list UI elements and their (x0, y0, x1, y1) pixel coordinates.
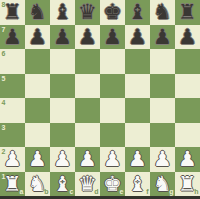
square-e3[interactable] (100, 123, 125, 148)
piece-black-pawn[interactable]: ♟ (178, 25, 197, 50)
piece-white-pawn[interactable]: ♟ (53, 147, 72, 172)
square-h3[interactable] (175, 123, 200, 148)
square-g4[interactable] (150, 98, 175, 123)
piece-black-queen[interactable]: ♛ (78, 0, 97, 25)
square-e6[interactable] (100, 49, 125, 74)
square-d5[interactable] (75, 74, 100, 99)
piece-black-bishop[interactable]: ♝ (128, 0, 147, 25)
square-c4[interactable] (50, 98, 75, 123)
square-b6[interactable] (25, 49, 50, 74)
piece-black-rook[interactable]: ♜ (3, 0, 22, 25)
square-a6[interactable]: 6 (0, 49, 25, 74)
square-b5[interactable] (25, 74, 50, 99)
square-d6[interactable] (75, 49, 100, 74)
piece-black-pawn[interactable]: ♟ (153, 25, 172, 50)
square-c8[interactable]: ♝ (50, 0, 75, 25)
piece-white-bishop[interactable]: ♝ (128, 172, 147, 197)
square-a5[interactable]: 5 (0, 74, 25, 99)
square-e5[interactable] (100, 74, 125, 99)
square-e8[interactable]: ♚ (100, 0, 125, 25)
square-b8[interactable]: ♞ (25, 0, 50, 25)
square-f4[interactable] (125, 98, 150, 123)
square-h1[interactable]: h♜ (175, 172, 200, 197)
piece-white-rook[interactable]: ♜ (3, 172, 22, 197)
piece-black-rook[interactable]: ♜ (178, 0, 197, 25)
square-h7[interactable]: ♟ (175, 25, 200, 50)
square-b7[interactable]: ♟ (25, 25, 50, 50)
rank-label-5: 5 (2, 75, 6, 82)
square-d4[interactable] (75, 98, 100, 123)
square-h8[interactable]: ♜ (175, 0, 200, 25)
square-c7[interactable]: ♟ (50, 25, 75, 50)
rank-label-3: 3 (2, 124, 6, 131)
piece-black-knight[interactable]: ♞ (28, 0, 47, 25)
piece-black-pawn[interactable]: ♟ (103, 25, 122, 50)
square-h6[interactable] (175, 49, 200, 74)
piece-black-bishop[interactable]: ♝ (53, 0, 72, 25)
piece-white-knight[interactable]: ♞ (28, 172, 47, 197)
square-h4[interactable] (175, 98, 200, 123)
square-a1[interactable]: 1a♜ (0, 172, 25, 197)
square-b2[interactable]: ♟ (25, 147, 50, 172)
piece-white-rook[interactable]: ♜ (178, 172, 197, 197)
piece-white-pawn[interactable]: ♟ (178, 147, 197, 172)
piece-white-bishop[interactable]: ♝ (53, 172, 72, 197)
square-g1[interactable]: g♞ (150, 172, 175, 197)
square-c2[interactable]: ♟ (50, 147, 75, 172)
square-h5[interactable] (175, 74, 200, 99)
square-d8[interactable]: ♛ (75, 0, 100, 25)
piece-black-pawn[interactable]: ♟ (3, 25, 22, 50)
square-g2[interactable]: ♟ (150, 147, 175, 172)
piece-white-knight[interactable]: ♞ (153, 172, 172, 197)
square-a7[interactable]: 7♟ (0, 25, 25, 50)
square-b3[interactable] (25, 123, 50, 148)
board-bottom-edge (0, 196, 200, 199)
square-d1[interactable]: d♛ (75, 172, 100, 197)
square-a2[interactable]: 2♟ (0, 147, 25, 172)
rank-label-4: 4 (2, 99, 6, 106)
piece-black-pawn[interactable]: ♟ (28, 25, 47, 50)
square-g3[interactable] (150, 123, 175, 148)
square-g6[interactable] (150, 49, 175, 74)
square-d7[interactable]: ♟ (75, 25, 100, 50)
piece-black-pawn[interactable]: ♟ (53, 25, 72, 50)
square-f6[interactable] (125, 49, 150, 74)
square-a8[interactable]: 8♜ (0, 0, 25, 25)
piece-white-pawn[interactable]: ♟ (153, 147, 172, 172)
square-b4[interactable] (25, 98, 50, 123)
square-b1[interactable]: b♞ (25, 172, 50, 197)
square-f3[interactable] (125, 123, 150, 148)
square-f8[interactable]: ♝ (125, 0, 150, 25)
piece-black-knight[interactable]: ♞ (153, 0, 172, 25)
square-c3[interactable] (50, 123, 75, 148)
square-g5[interactable] (150, 74, 175, 99)
piece-white-queen[interactable]: ♛ (78, 172, 97, 197)
square-d3[interactable] (75, 123, 100, 148)
piece-white-king[interactable]: ♚ (103, 172, 122, 197)
square-a4[interactable]: 4 (0, 98, 25, 123)
square-f5[interactable] (125, 74, 150, 99)
piece-white-pawn[interactable]: ♟ (103, 147, 122, 172)
square-e1[interactable]: e♚ (100, 172, 125, 197)
piece-black-king[interactable]: ♚ (103, 0, 122, 25)
chess-board-widget: 8♜♞♝♛♚♝♞♜7♟♟♟♟♟♟♟♟65432♟♟♟♟♟♟♟♟1a♜b♞c♝d♛… (0, 0, 200, 199)
square-c5[interactable] (50, 74, 75, 99)
chess-board: 8♜♞♝♛♚♝♞♜7♟♟♟♟♟♟♟♟65432♟♟♟♟♟♟♟♟1a♜b♞c♝d♛… (0, 0, 200, 196)
piece-white-pawn[interactable]: ♟ (3, 147, 22, 172)
square-c1[interactable]: c♝ (50, 172, 75, 197)
rank-label-6: 6 (2, 50, 6, 57)
piece-black-pawn[interactable]: ♟ (78, 25, 97, 50)
square-e2[interactable]: ♟ (100, 147, 125, 172)
square-f2[interactable]: ♟ (125, 147, 150, 172)
square-f7[interactable]: ♟ (125, 25, 150, 50)
square-e4[interactable] (100, 98, 125, 123)
square-e7[interactable]: ♟ (100, 25, 125, 50)
piece-white-pawn[interactable]: ♟ (78, 147, 97, 172)
square-f1[interactable]: f♝ (125, 172, 150, 197)
piece-black-pawn[interactable]: ♟ (128, 25, 147, 50)
square-g8[interactable]: ♞ (150, 0, 175, 25)
square-g7[interactable]: ♟ (150, 25, 175, 50)
square-a3[interactable]: 3 (0, 123, 25, 148)
square-d2[interactable]: ♟ (75, 147, 100, 172)
piece-white-pawn[interactable]: ♟ (128, 147, 147, 172)
piece-white-pawn[interactable]: ♟ (28, 147, 47, 172)
square-h2[interactable]: ♟ (175, 147, 200, 172)
square-c6[interactable] (50, 49, 75, 74)
